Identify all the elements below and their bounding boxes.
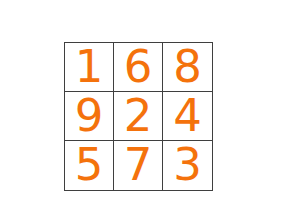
grid-cell-r3c1: 5 bbox=[65, 141, 114, 190]
grid-cell-r3c2: 7 bbox=[114, 141, 163, 190]
grid-cell-r1c2: 6 bbox=[114, 43, 163, 92]
grid-cell-r2c1: 9 bbox=[65, 92, 114, 141]
magic-square-page: 1 6 8 9 2 4 5 7 3 bbox=[0, 0, 295, 221]
grid-cell-r2c2: 2 bbox=[114, 92, 163, 141]
grid-cell-r3c3: 3 bbox=[163, 141, 212, 190]
grid-cell-r1c1: 1 bbox=[65, 43, 114, 92]
grid-cell-r2c3: 4 bbox=[163, 92, 212, 141]
magic-square-board: 1 6 8 9 2 4 5 7 3 bbox=[64, 42, 213, 191]
grid-cell-r1c3: 8 bbox=[163, 43, 212, 92]
